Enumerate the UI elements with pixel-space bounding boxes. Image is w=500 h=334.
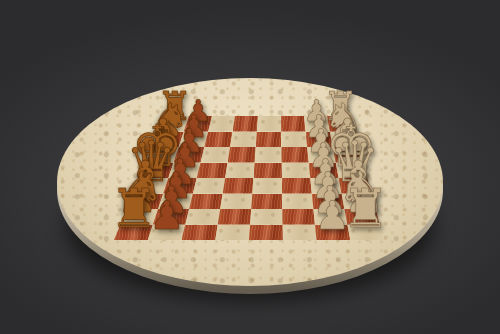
piece-white-rook: ♜ — [341, 183, 389, 236]
piece-black-pawn: ♟ — [149, 196, 184, 235]
chess-pieces-layer: ♜♟♟♜♞♟♟♞♝♟♟♝♚♟♟♚♛♟♟♛♝♟♟♝♞♟♟♞♜♟♟♜ — [0, 0, 500, 334]
product-photo-scene: ♜♟♟♜♞♟♟♞♝♟♟♝♚♟♟♚♛♟♟♛♝♟♟♝♞♟♟♞♜♟♟♜ — [0, 0, 500, 334]
